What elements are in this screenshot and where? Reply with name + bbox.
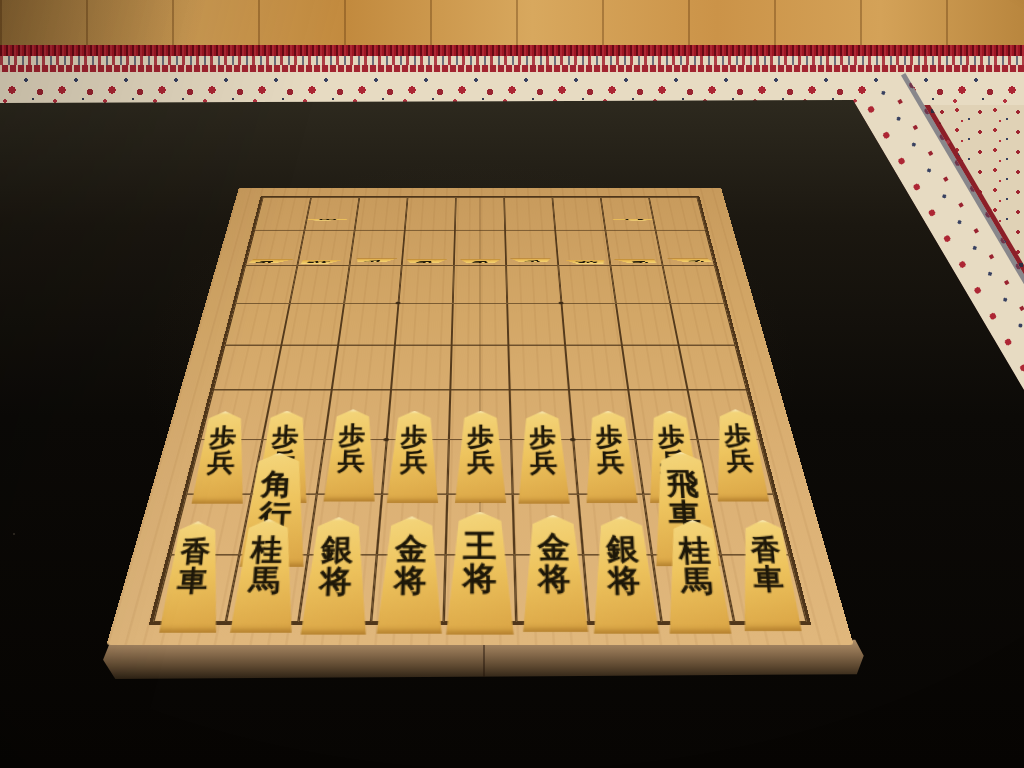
board-cell[interactable]: 銀将 — [552, 198, 605, 231]
photo-scene: 香車桂馬銀将金将玉将金将銀将桂馬香車飛車角行歩兵歩兵歩兵歩兵歩兵歩兵歩兵歩兵歩兵… — [0, 0, 1024, 768]
kanji-glyph: 兵 — [469, 260, 491, 261]
board-cell[interactable] — [338, 303, 398, 344]
board-cell[interactable]: 歩兵 — [511, 440, 578, 495]
piece-gote-s[interactable]: 銀将 — [356, 194, 407, 228]
board-cell[interactable] — [395, 303, 453, 344]
piece-gote-n[interactable]: 桂馬 — [307, 195, 358, 229]
kanji-glyph: 兵 — [414, 260, 437, 261]
piece-gote-p[interactable]: 歩兵 — [293, 266, 344, 303]
kanji-glyph: 車 — [176, 567, 209, 597]
board-cell[interactable] — [391, 345, 452, 390]
piece-gote-l[interactable]: 香車 — [259, 196, 308, 229]
kanji-glyph: 兵 — [520, 259, 543, 260]
board-cell[interactable] — [225, 303, 290, 344]
board-cell[interactable] — [679, 345, 747, 390]
board-cell[interactable]: 香車 — [649, 198, 706, 231]
board-cell[interactable] — [670, 303, 735, 344]
piece-gote-n[interactable]: 桂馬 — [603, 195, 654, 229]
kanji-glyph: 兵 — [255, 260, 280, 261]
rug-red-border — [0, 65, 1024, 72]
kanji-glyph: 兵 — [467, 450, 494, 476]
piece-gote-p[interactable]: 歩兵 — [349, 265, 398, 302]
piece-gote-p[interactable]: 歩兵 — [667, 265, 720, 302]
board-cell[interactable]: 王将 — [444, 555, 517, 622]
board-cell[interactable]: 歩兵 — [447, 440, 512, 495]
piece-gote-p[interactable]: 歩兵 — [613, 266, 664, 303]
piece-gote-g[interactable]: 金将 — [507, 194, 556, 228]
kanji-glyph: 兵 — [363, 259, 387, 260]
kanji-glyph: 将 — [319, 566, 353, 598]
piece-sente-p[interactable]: 歩兵 — [453, 440, 508, 493]
kanji-glyph: 兵 — [725, 449, 754, 475]
board-cell[interactable]: 歩兵 — [290, 265, 350, 303]
piece-gote-p[interactable]: 歩兵 — [509, 265, 556, 302]
piece-sente-p[interactable]: 歩兵 — [579, 440, 639, 493]
piece-gote-p[interactable]: 歩兵 — [401, 266, 448, 303]
kanji-glyph: 銀 — [606, 534, 639, 566]
kanji-glyph: 車 — [314, 219, 340, 220]
kanji-glyph: 桂 — [678, 536, 711, 566]
board-cell[interactable]: 金将 — [405, 198, 456, 231]
board-cell[interactable]: 歩兵 — [382, 440, 449, 495]
board-cell[interactable]: 香車 — [153, 555, 239, 622]
board-cell[interactable]: 歩兵 — [398, 265, 453, 303]
piece-face: 銀将 — [587, 516, 662, 633]
star-point — [570, 438, 576, 441]
kanji-glyph: 兵 — [575, 261, 599, 262]
piece-sente-g[interactable]: 金将 — [375, 549, 447, 620]
piece-gote-l[interactable]: 香車 — [653, 195, 702, 228]
kanji-glyph: 馬 — [248, 565, 281, 596]
piece-sente-l[interactable]: 香車 — [160, 552, 235, 620]
piece-gote-b[interactable]: 角行 — [605, 225, 663, 264]
board-cell[interactable]: 歩兵 — [235, 265, 297, 303]
piece-sente-p[interactable]: 歩兵 — [192, 441, 258, 494]
board-cell[interactable]: 銀将 — [583, 555, 661, 622]
board-cell[interactable] — [281, 303, 344, 344]
piece-sente-p[interactable]: 歩兵 — [323, 439, 383, 491]
piece-sente-p[interactable]: 歩兵 — [386, 440, 443, 493]
board-cell[interactable] — [562, 303, 622, 344]
board-cell[interactable]: 歩兵 — [698, 440, 774, 495]
piece-gote-g[interactable]: 金将 — [407, 195, 456, 230]
board-cell[interactable] — [272, 345, 338, 390]
piece-sente-s[interactable]: 銀将 — [300, 550, 376, 621]
piece-sente-p[interactable]: 歩兵 — [703, 439, 769, 491]
board-cell[interactable]: 金将 — [504, 198, 555, 231]
kanji-glyph: 角 — [260, 470, 294, 500]
kanji-glyph: 飛 — [666, 469, 700, 499]
kanji-glyph: 兵 — [400, 450, 427, 476]
piece-sente-p[interactable]: 歩兵 — [514, 441, 571, 494]
kanji-glyph: 金 — [395, 534, 428, 566]
board-cell[interactable] — [507, 303, 565, 344]
rug-minor-border — [0, 56, 1024, 65]
kanji-glyph: 行 — [620, 219, 646, 220]
piece-gote-p[interactable]: 歩兵 — [240, 266, 293, 303]
board-cell[interactable]: 銀将 — [298, 555, 376, 622]
kanji-glyph: 兵 — [307, 261, 331, 262]
piece-sente-k[interactable]: 王将 — [444, 546, 517, 620]
kanji-glyph: 将 — [394, 565, 427, 597]
board-cell[interactable]: 歩兵 — [344, 265, 402, 303]
piece-face: 香車 — [157, 521, 228, 633]
piece-sente-s[interactable]: 銀将 — [584, 549, 660, 620]
kanji-glyph: 将 — [607, 565, 641, 597]
kanji-glyph: 兵 — [337, 449, 365, 475]
board-cell[interactable]: 歩兵 — [506, 265, 561, 303]
board-cell[interactable]: 銀将 — [355, 198, 408, 231]
piece-sente-l[interactable]: 香車 — [726, 551, 801, 619]
board-cell[interactable] — [213, 345, 281, 390]
board-cell[interactable]: 歩兵 — [610, 265, 670, 303]
kanji-glyph: 兵 — [206, 451, 235, 477]
kanji-glyph: 兵 — [530, 451, 557, 477]
kanji-glyph: 車 — [752, 565, 785, 595]
board-fold-seam — [483, 639, 485, 679]
board-cell[interactable] — [616, 303, 679, 344]
board-cell[interactable]: 金将 — [514, 555, 589, 622]
board-cell[interactable]: 歩兵 — [558, 265, 616, 303]
kanji-glyph: 将 — [538, 563, 571, 595]
kanji-glyph: 兵 — [626, 260, 650, 261]
kanji-glyph: 金 — [537, 532, 570, 563]
kanji-glyph: 王 — [463, 530, 496, 563]
rug-fringe-edge — [0, 45, 1024, 56]
kanji-glyph: 兵 — [596, 450, 624, 476]
kanji-glyph: 銀 — [320, 534, 353, 566]
board-cell[interactable]: 香車 — [721, 555, 807, 622]
piece-face: 金将 — [374, 516, 446, 633]
board-cell[interactable] — [332, 345, 395, 390]
board-cell[interactable]: 歩兵 — [573, 440, 643, 495]
board-cell[interactable] — [565, 345, 628, 390]
board-cell[interactable]: 香車 — [254, 198, 311, 231]
board-cell[interactable]: 金将 — [371, 555, 446, 622]
piece-gote-p[interactable]: 歩兵 — [563, 266, 612, 303]
kanji-glyph: 兵 — [680, 259, 705, 260]
board-cell[interactable] — [622, 345, 688, 390]
piece-gote-s[interactable]: 銀将 — [553, 195, 604, 230]
board-front-edge — [100, 639, 866, 679]
board-cell[interactable]: 歩兵 — [317, 440, 387, 495]
piece-sente-g[interactable]: 金将 — [518, 547, 590, 618]
board-cell[interactable] — [508, 345, 569, 390]
kanji-glyph: 将 — [463, 562, 497, 595]
kanji-glyph: 桂 — [250, 535, 283, 565]
kanji-glyph: 馬 — [680, 566, 713, 597]
piece-gote-r[interactable]: 飛車 — [298, 225, 356, 264]
board-cell[interactable]: 歩兵 — [186, 440, 262, 495]
star-point — [559, 302, 564, 305]
board-cell[interactable]: 歩兵 — [663, 265, 725, 303]
